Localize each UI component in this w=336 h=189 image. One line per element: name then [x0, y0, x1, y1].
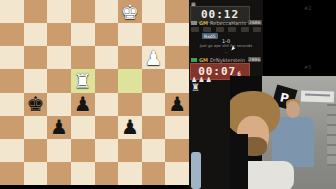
- chess-board: ♚♟♜♚♟♟♟♟: [0, 0, 189, 185]
- square-a5[interactable]: [0, 69, 24, 92]
- square-d8[interactable]: [71, 0, 95, 23]
- square-h7[interactable]: [165, 23, 189, 46]
- square-e3[interactable]: [95, 116, 119, 139]
- piece-black-pawn-d4[interactable]: ♟: [71, 93, 95, 116]
- square-d4[interactable]: ♟: [71, 93, 95, 116]
- square-a6[interactable]: [0, 46, 24, 69]
- square-h5[interactable]: [165, 69, 189, 92]
- panel-toolbar: [191, 27, 261, 32]
- toolbar-button-6[interactable]: [253, 27, 261, 32]
- person-behind-shirt: [272, 117, 314, 167]
- piece-white-king-f8[interactable]: ♚: [118, 0, 142, 23]
- square-h1[interactable]: [165, 162, 189, 185]
- square-g3[interactable]: [142, 116, 166, 139]
- square-a4[interactable]: [0, 93, 24, 116]
- square-c7[interactable]: [47, 23, 71, 46]
- toolbar-button-3[interactable]: [216, 27, 224, 32]
- square-d2[interactable]: [71, 139, 95, 162]
- square-g6[interactable]: ♟: [142, 46, 166, 69]
- white-pawn-captured-icon: ♟: [206, 77, 212, 84]
- square-f1[interactable]: [118, 162, 142, 185]
- square-e1[interactable]: [95, 162, 119, 185]
- webcam-view: P: [230, 76, 336, 189]
- foreground-shadow: [230, 134, 248, 189]
- square-e2[interactable]: [95, 139, 119, 162]
- square-h8[interactable]: [165, 0, 189, 23]
- square-a1[interactable]: [0, 162, 24, 185]
- player-title: GM: [199, 57, 208, 63]
- piece-black-king-b4[interactable]: ♚: [24, 93, 48, 116]
- square-b7[interactable]: [24, 23, 48, 46]
- square-a3[interactable]: [0, 116, 24, 139]
- online-status-icon: [191, 58, 197, 62]
- whiteboard-sign: [301, 90, 334, 102]
- square-g7[interactable]: [142, 23, 166, 46]
- square-g5[interactable]: [142, 69, 166, 92]
- player-rating: 2886: [248, 57, 261, 62]
- status-message: Just go ape shit for seconds: [189, 43, 263, 48]
- toolbar-button-2[interactable]: [203, 27, 211, 32]
- square-f6[interactable]: [118, 46, 142, 69]
- square-h2[interactable]: [165, 139, 189, 162]
- piece-white-pawn-g6[interactable]: ♟: [142, 46, 166, 69]
- player-title: GM: [199, 20, 208, 26]
- player-name[interactable]: RebeccaHarris: [210, 20, 246, 26]
- collapse-dash: —: [189, 50, 263, 55]
- square-c8[interactable]: [47, 0, 71, 23]
- square-h3[interactable]: [165, 116, 189, 139]
- piece-white-rook-d5[interactable]: ♜: [71, 69, 95, 92]
- square-b5[interactable]: [24, 69, 48, 92]
- square-e4[interactable]: [95, 93, 119, 116]
- square-g4[interactable]: [142, 93, 166, 116]
- square-f7[interactable]: [118, 23, 142, 46]
- player-row-bottom[interactable]: GM DrNykterstein 2886: [191, 56, 261, 63]
- square-a2[interactable]: [0, 139, 24, 162]
- player-rating: 2686: [248, 20, 261, 25]
- square-b3[interactable]: [24, 116, 48, 139]
- square-h4[interactable]: ♟: [165, 93, 189, 116]
- toolbar-button-4[interactable]: [228, 27, 236, 32]
- square-a7[interactable]: [0, 23, 24, 46]
- square-h6[interactable]: [165, 46, 189, 69]
- square-d3[interactable]: [71, 116, 95, 139]
- piece-black-pawn-h4[interactable]: ♟: [165, 93, 189, 116]
- square-b4[interactable]: ♚: [24, 93, 48, 116]
- square-g8[interactable]: [142, 0, 166, 23]
- piece-black-pawn-f3[interactable]: ♟: [118, 116, 142, 139]
- toolbar-button-1[interactable]: [191, 27, 199, 32]
- square-d5[interactable]: ♜: [71, 69, 95, 92]
- square-a8[interactable]: [0, 0, 24, 23]
- rank-label-bottom: #5: [304, 64, 311, 70]
- person-shoulder: [191, 152, 201, 189]
- square-e7[interactable]: [95, 23, 119, 46]
- shelf-background: [327, 104, 336, 166]
- piece-black-pawn-c3[interactable]: ♟: [47, 116, 71, 139]
- opponent-player-row[interactable]: GM RebeccaHarris 2686: [191, 19, 261, 26]
- captured-piece-icon: ♜: [191, 83, 200, 93]
- square-b2[interactable]: [24, 139, 48, 162]
- person-behind-head: [286, 101, 300, 118]
- square-b6[interactable]: [24, 46, 48, 69]
- square-c4[interactable]: [47, 93, 71, 116]
- square-g1[interactable]: [142, 162, 166, 185]
- player-name[interactable]: DrNykterstein: [210, 57, 245, 63]
- square-d1[interactable]: [71, 162, 95, 185]
- stream-frame: ♚♟♜♚♟♟♟♟ ▦ 00:12 #2 GM RebeccaHarris 268…: [0, 0, 336, 189]
- square-d7[interactable]: [71, 23, 95, 46]
- square-e8[interactable]: [95, 0, 119, 23]
- square-e5[interactable]: [95, 69, 119, 92]
- toolbar-button-5[interactable]: [241, 27, 249, 32]
- square-c5[interactable]: [47, 69, 71, 92]
- square-g2[interactable]: [142, 139, 166, 162]
- square-b1[interactable]: [24, 162, 48, 185]
- square-c3[interactable]: ♟: [47, 116, 71, 139]
- square-c6[interactable]: [47, 46, 71, 69]
- square-f4[interactable]: [118, 93, 142, 116]
- flag-icon: [191, 21, 197, 25]
- square-b8[interactable]: [24, 0, 48, 23]
- rank-label-top: #2: [304, 5, 311, 11]
- square-f3[interactable]: ♟: [118, 116, 142, 139]
- square-f8[interactable]: ♚: [118, 0, 142, 23]
- square-f5[interactable]: [118, 69, 142, 92]
- square-c1[interactable]: [47, 162, 71, 185]
- square-f2[interactable]: [118, 139, 142, 162]
- square-c2[interactable]: [47, 139, 71, 162]
- square-d6[interactable]: [71, 46, 95, 69]
- square-e6[interactable]: [95, 46, 119, 69]
